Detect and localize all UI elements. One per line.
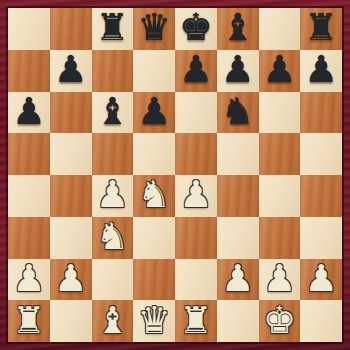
square-a5[interactable]: [8, 133, 50, 175]
square-e4[interactable]: ♟: [175, 175, 217, 217]
piece-black-pawn[interactable]: ♟: [179, 50, 212, 90]
piece-white-rook[interactable]: ♜: [12, 300, 45, 340]
square-b3[interactable]: [50, 217, 92, 259]
square-e1[interactable]: ♜: [175, 300, 217, 342]
square-d2[interactable]: [133, 259, 175, 301]
square-f8[interactable]: ♝: [217, 8, 259, 50]
square-a6[interactable]: ♟: [8, 92, 50, 134]
square-g7[interactable]: ♟: [259, 50, 301, 92]
square-g6[interactable]: [259, 92, 301, 134]
piece-black-pawn[interactable]: ♟: [138, 92, 171, 132]
square-e3[interactable]: [175, 217, 217, 259]
square-h8[interactable]: ♜: [300, 8, 342, 50]
square-b1[interactable]: [50, 300, 92, 342]
square-a4[interactable]: [8, 175, 50, 217]
piece-black-pawn[interactable]: ♟: [12, 92, 45, 132]
square-h6[interactable]: [300, 92, 342, 134]
square-c7[interactable]: [92, 50, 134, 92]
square-e6[interactable]: [175, 92, 217, 134]
square-b5[interactable]: [50, 133, 92, 175]
square-a1[interactable]: ♜: [8, 300, 50, 342]
square-d6[interactable]: ♟: [133, 92, 175, 134]
square-e2[interactable]: [175, 259, 217, 301]
square-c8[interactable]: ♜: [92, 8, 134, 50]
chess-board: ♜♛♚♝♜♟♟♟♟♟♟♝♟♞♟♞♟♞♟♟♟♟♟♜♝♛♜♚: [8, 8, 342, 342]
piece-white-pawn[interactable]: ♟: [179, 175, 212, 215]
square-c5[interactable]: [92, 133, 134, 175]
square-h4[interactable]: [300, 175, 342, 217]
piece-white-knight[interactable]: ♞: [96, 217, 129, 257]
piece-white-pawn[interactable]: ♟: [263, 259, 296, 299]
square-c1[interactable]: ♝: [92, 300, 134, 342]
piece-white-king[interactable]: ♚: [263, 300, 296, 340]
square-h1[interactable]: [300, 300, 342, 342]
square-g5[interactable]: [259, 133, 301, 175]
piece-black-pawn[interactable]: ♟: [221, 50, 254, 90]
square-f2[interactable]: ♟: [217, 259, 259, 301]
piece-white-pawn[interactable]: ♟: [54, 259, 87, 299]
square-d8[interactable]: ♛: [133, 8, 175, 50]
square-a8[interactable]: [8, 8, 50, 50]
square-a3[interactable]: [8, 217, 50, 259]
square-e7[interactable]: ♟: [175, 50, 217, 92]
square-d4[interactable]: ♞: [133, 175, 175, 217]
square-g1[interactable]: ♚: [259, 300, 301, 342]
piece-white-rook[interactable]: ♜: [179, 300, 212, 340]
piece-black-rook[interactable]: ♜: [305, 8, 338, 48]
square-d7[interactable]: [133, 50, 175, 92]
square-d5[interactable]: [133, 133, 175, 175]
piece-black-pawn[interactable]: ♟: [263, 50, 296, 90]
piece-black-queen[interactable]: ♛: [138, 8, 171, 48]
square-h7[interactable]: ♟: [300, 50, 342, 92]
piece-white-bishop[interactable]: ♝: [96, 300, 129, 340]
square-c6[interactable]: ♝: [92, 92, 134, 134]
square-b4[interactable]: [50, 175, 92, 217]
square-d1[interactable]: ♛: [133, 300, 175, 342]
square-b6[interactable]: [50, 92, 92, 134]
piece-white-pawn[interactable]: ♟: [305, 259, 338, 299]
square-g3[interactable]: [259, 217, 301, 259]
square-a2[interactable]: ♟: [8, 259, 50, 301]
square-c4[interactable]: ♟: [92, 175, 134, 217]
square-b8[interactable]: [50, 8, 92, 50]
piece-white-pawn[interactable]: ♟: [221, 259, 254, 299]
piece-white-queen[interactable]: ♛: [138, 300, 171, 340]
square-d3[interactable]: [133, 217, 175, 259]
piece-black-rook[interactable]: ♜: [96, 8, 129, 48]
square-f7[interactable]: ♟: [217, 50, 259, 92]
piece-black-knight[interactable]: ♞: [221, 92, 254, 132]
square-h3[interactable]: [300, 217, 342, 259]
square-b2[interactable]: ♟: [50, 259, 92, 301]
square-g2[interactable]: ♟: [259, 259, 301, 301]
square-f6[interactable]: ♞: [217, 92, 259, 134]
square-e5[interactable]: [175, 133, 217, 175]
piece-white-knight[interactable]: ♞: [138, 175, 171, 215]
square-f1[interactable]: [217, 300, 259, 342]
square-f4[interactable]: [217, 175, 259, 217]
square-g8[interactable]: [259, 8, 301, 50]
square-h2[interactable]: ♟: [300, 259, 342, 301]
square-a7[interactable]: [8, 50, 50, 92]
square-f5[interactable]: [217, 133, 259, 175]
piece-white-pawn[interactable]: ♟: [96, 175, 129, 215]
square-g4[interactable]: [259, 175, 301, 217]
piece-black-pawn[interactable]: ♟: [54, 50, 87, 90]
piece-black-king[interactable]: ♚: [179, 8, 212, 48]
square-e8[interactable]: ♚: [175, 8, 217, 50]
piece-black-bishop[interactable]: ♝: [221, 8, 254, 48]
piece-black-pawn[interactable]: ♟: [305, 50, 338, 90]
chess-board-frame: ♜♛♚♝♜♟♟♟♟♟♟♝♟♞♟♞♟♞♟♟♟♟♟♜♝♛♜♚: [0, 0, 350, 350]
square-b7[interactable]: ♟: [50, 50, 92, 92]
piece-white-pawn[interactable]: ♟: [12, 259, 45, 299]
square-c2[interactable]: [92, 259, 134, 301]
square-h5[interactable]: [300, 133, 342, 175]
square-f3[interactable]: [217, 217, 259, 259]
square-c3[interactable]: ♞: [92, 217, 134, 259]
piece-black-bishop[interactable]: ♝: [96, 92, 129, 132]
